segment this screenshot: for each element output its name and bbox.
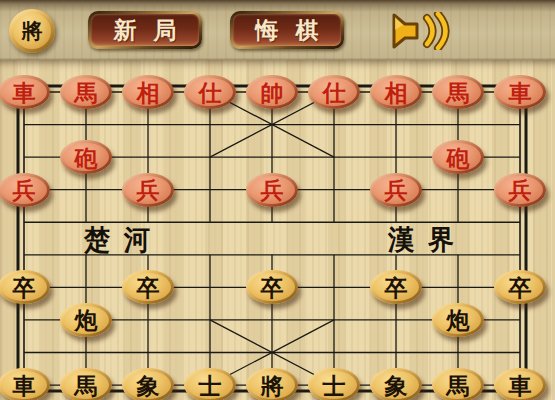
black-piece-士[interactable]: 士	[308, 368, 360, 400]
new-game-button-face: 新局	[91, 14, 199, 46]
red-piece-車[interactable]: 車	[494, 75, 546, 109]
piece-face: 馬	[435, 371, 481, 399]
red-piece-相[interactable]: 相	[370, 75, 422, 109]
piece-face: 兵	[497, 176, 543, 204]
piece-face: 士	[187, 371, 233, 399]
red-piece-相[interactable]: 相	[122, 75, 174, 109]
red-piece-仕[interactable]: 仕	[184, 75, 236, 109]
black-piece-炮[interactable]: 炮	[60, 303, 112, 337]
red-piece-兵[interactable]: 兵	[370, 173, 422, 207]
undo-move-button-face: 悔棋	[233, 14, 341, 46]
piece-character: 兵	[509, 178, 532, 201]
black-piece-馬[interactable]: 馬	[60, 368, 112, 400]
piece-face: 兵	[125, 176, 171, 204]
piece-character: 兵	[13, 178, 36, 201]
piece-character: 炮	[447, 308, 470, 331]
piece-character: 卒	[13, 276, 36, 299]
undo-move-button[interactable]: 悔棋	[230, 11, 344, 49]
river-label-han-jie: 漢界	[388, 222, 468, 259]
speaker-icon	[391, 12, 455, 50]
piece-character: 車	[13, 81, 36, 104]
black-piece-車[interactable]: 車	[0, 368, 50, 400]
black-piece-象[interactable]: 象	[370, 368, 422, 400]
xiangqi-board[interactable]: 楚河 漢界 車馬相仕帥仕相馬車砲砲兵兵兵兵兵卒卒卒卒卒炮炮車馬象士將士象馬車	[0, 60, 555, 400]
piece-face: 砲	[435, 143, 481, 171]
piece-face: 兵	[373, 176, 419, 204]
red-piece-馬[interactable]: 馬	[60, 75, 112, 109]
piece-character: 兵	[261, 178, 284, 201]
piece-face: 馬	[63, 78, 109, 106]
piece-character: 馬	[75, 81, 98, 104]
piece-character: 象	[137, 374, 160, 397]
piece-face: 炮	[435, 306, 481, 334]
piece-character: 車	[509, 81, 532, 104]
piece-face: 車	[1, 371, 47, 399]
black-piece-士[interactable]: 士	[184, 368, 236, 400]
piece-character: 仕	[199, 81, 222, 104]
turn-indicator-label: 將	[22, 17, 43, 45]
red-piece-車[interactable]: 車	[0, 75, 50, 109]
black-piece-將[interactable]: 將	[246, 368, 298, 400]
red-piece-兵[interactable]: 兵	[246, 173, 298, 207]
piece-character: 卒	[137, 276, 160, 299]
piece-face: 相	[373, 78, 419, 106]
piece-character: 士	[199, 374, 222, 397]
piece-face: 砲	[63, 143, 109, 171]
xiangqi-app: 將 新局 悔棋 楚河 漢界 車馬相仕帥仕相馬	[0, 0, 555, 400]
piece-face: 馬	[63, 371, 109, 399]
piece-character: 車	[13, 374, 36, 397]
piece-face: 將	[249, 371, 295, 399]
turn-indicator-piece: 將	[9, 9, 55, 53]
piece-face: 卒	[497, 273, 543, 301]
red-piece-兵[interactable]: 兵	[494, 173, 546, 207]
piece-face: 卒	[1, 273, 47, 301]
piece-face: 車	[497, 78, 543, 106]
piece-character: 相	[137, 81, 160, 104]
piece-character: 相	[385, 81, 408, 104]
piece-face: 相	[125, 78, 171, 106]
piece-character: 砲	[447, 146, 470, 169]
piece-face: 兵	[1, 176, 47, 204]
piece-character: 帥	[261, 81, 284, 104]
red-piece-砲[interactable]: 砲	[60, 140, 112, 174]
piece-character: 兵	[137, 178, 160, 201]
piece-character: 卒	[509, 276, 532, 299]
piece-face: 象	[125, 371, 171, 399]
black-piece-象[interactable]: 象	[122, 368, 174, 400]
piece-face: 兵	[249, 176, 295, 204]
piece-face: 炮	[63, 306, 109, 334]
new-game-button[interactable]: 新局	[88, 11, 202, 49]
piece-face: 馬	[435, 78, 481, 106]
piece-face: 士	[311, 371, 357, 399]
red-piece-馬[interactable]: 馬	[432, 75, 484, 109]
river-label-chu-he: 楚河	[84, 222, 164, 259]
piece-character: 象	[385, 374, 408, 397]
black-piece-炮[interactable]: 炮	[432, 303, 484, 337]
piece-character: 士	[323, 374, 346, 397]
piece-face: 車	[1, 78, 47, 106]
piece-face: 仕	[187, 78, 233, 106]
piece-face: 卒	[249, 273, 295, 301]
piece-face: 卒	[373, 273, 419, 301]
piece-character: 兵	[385, 178, 408, 201]
black-piece-車[interactable]: 車	[494, 368, 546, 400]
piece-face: 車	[497, 371, 543, 399]
piece-character: 馬	[447, 81, 470, 104]
piece-face: 象	[373, 371, 419, 399]
piece-character: 卒	[261, 276, 284, 299]
piece-face: 仕	[311, 78, 357, 106]
piece-character: 砲	[75, 146, 98, 169]
red-piece-兵[interactable]: 兵	[122, 173, 174, 207]
piece-character: 馬	[447, 374, 470, 397]
new-game-button-label: 新局	[114, 15, 194, 46]
piece-character: 仕	[323, 81, 346, 104]
piece-character: 車	[509, 374, 532, 397]
red-piece-帥[interactable]: 帥	[246, 75, 298, 109]
red-piece-仕[interactable]: 仕	[308, 75, 360, 109]
undo-move-button-label: 悔棋	[256, 15, 336, 46]
piece-character: 卒	[385, 276, 408, 299]
piece-face: 卒	[125, 273, 171, 301]
piece-character: 將	[261, 374, 284, 397]
piece-character: 馬	[75, 374, 98, 397]
red-piece-砲[interactable]: 砲	[432, 140, 484, 174]
black-piece-馬[interactable]: 馬	[432, 368, 484, 400]
sound-toggle-button[interactable]	[391, 12, 455, 50]
piece-face: 帥	[249, 78, 295, 106]
red-piece-兵[interactable]: 兵	[0, 173, 50, 207]
piece-character: 炮	[75, 308, 98, 331]
turn-indicator-face: 將	[13, 13, 51, 49]
toolbar: 將 新局 悔棋	[0, 0, 555, 60]
